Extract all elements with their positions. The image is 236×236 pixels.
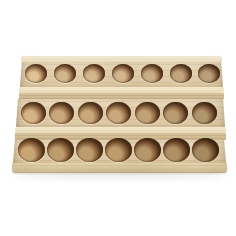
bottom-tier-sockets bbox=[12, 55, 227, 178]
socket-hole-r3c3 bbox=[76, 138, 103, 162]
wooden-rack bbox=[12, 55, 227, 178]
socket-hole-r3c4 bbox=[105, 138, 132, 162]
socket-hole-r3c6 bbox=[163, 138, 190, 162]
socket-hole-r3c2 bbox=[47, 138, 74, 162]
socket-hole-r3c7 bbox=[192, 138, 219, 162]
bottom-tier bbox=[12, 55, 227, 178]
socket-hole-r3c1 bbox=[18, 138, 45, 162]
product-photo-stage bbox=[0, 0, 236, 236]
ground-shadow bbox=[14, 172, 224, 178]
socket-hole-r3c5 bbox=[134, 138, 161, 162]
